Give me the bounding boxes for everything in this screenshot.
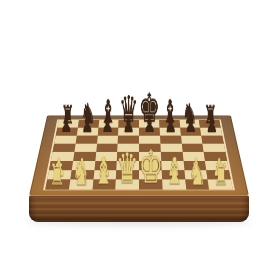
square-f1: ♝: [162, 180, 186, 190]
square-d7: ♟: [118, 128, 139, 136]
square-e3: [139, 161, 161, 170]
square-c3: [94, 161, 117, 170]
square-g1: ♞: [185, 180, 209, 190]
square-c6: [97, 136, 119, 144]
square-f3: [161, 161, 184, 170]
square-h1: ♜: [208, 180, 233, 190]
square-g3: [183, 161, 206, 170]
square-c4: [95, 152, 117, 161]
piece-black-bishop-f8: ♝: [161, 96, 178, 128]
square-g7: ♟: [180, 128, 202, 136]
square-h3: [205, 161, 229, 170]
square-a6: [54, 136, 76, 144]
piece-black-queen-d8: ♛: [119, 92, 138, 128]
square-b2: ♟: [70, 170, 94, 180]
square-d4: [117, 152, 139, 161]
square-h6: [201, 136, 223, 144]
square-b4: [73, 152, 96, 161]
hinge-seam: [39, 152, 239, 153]
piece-black-king-e8: ♚: [139, 88, 160, 128]
square-f6: [160, 136, 182, 144]
square-g4: [182, 152, 205, 161]
square-d8: ♛: [119, 120, 139, 128]
square-c2: ♟: [93, 170, 116, 180]
square-b6: [75, 136, 97, 144]
square-d2: ♟: [116, 170, 139, 180]
square-d6: [118, 136, 139, 144]
square-d1: ♛: [116, 180, 139, 190]
square-e1: ♚: [139, 180, 162, 190]
square-a2: ♟: [47, 170, 71, 180]
piece-black-knight-b8: ♞: [80, 99, 95, 127]
square-f7: ♟: [159, 128, 180, 136]
square-e2: ♟: [139, 170, 162, 180]
square-g2: ♟: [184, 170, 208, 180]
chess-board-squares: ♜♞♝♛♚♝♞♜♟♟♟♟♟♟♟♟♟♟♟♟♟♟♟♟♜♞♝♛♚♝♞♜: [45, 120, 232, 189]
square-a4: [51, 152, 74, 161]
square-e4: [139, 152, 161, 161]
square-b7: ♟: [77, 128, 99, 136]
square-h4: [204, 152, 227, 161]
square-b8: ♞: [78, 120, 99, 128]
board-inlay-frame: ♜♞♝♛♚♝♞♜♟♟♟♟♟♟♟♟♟♟♟♟♟♟♟♟♜♞♝♛♚♝♞♜: [43, 119, 235, 190]
square-f4: [161, 152, 183, 161]
square-e8: ♚: [139, 120, 159, 128]
square-a8: ♜: [57, 120, 79, 128]
square-h2: ♟: [206, 170, 230, 180]
square-c8: ♝: [98, 120, 119, 128]
piece-black-bishop-c8: ♝: [100, 96, 117, 128]
piece-black-rook-h8: ♜: [204, 103, 217, 128]
square-b3: [72, 161, 95, 170]
square-g6: [181, 136, 203, 144]
square-h8: ♜: [199, 120, 221, 128]
board-front-edge: [29, 195, 249, 222]
piece-black-knight-g8: ♞: [182, 99, 197, 127]
square-a7: ♟: [56, 128, 78, 136]
square-d3: [117, 161, 139, 170]
square-b1: ♞: [69, 180, 93, 190]
square-f8: ♝: [159, 120, 180, 128]
square-e6: [139, 136, 160, 144]
chess-board: ♜♞♝♛♚♝♞♜♟♟♟♟♟♟♟♟♟♟♟♟♟♟♟♟♜♞♝♛♚♝♞♜: [29, 0, 249, 222]
square-a3: [49, 161, 73, 170]
square-e7: ♟: [139, 128, 160, 136]
square-g8: ♞: [179, 120, 200, 128]
piece-black-rook-a8: ♜: [61, 103, 74, 128]
square-c7: ♟: [97, 128, 118, 136]
board-top-surface: ♜♞♝♛♚♝♞♜♟♟♟♟♟♟♟♟♟♟♟♟♟♟♟♟♜♞♝♛♚♝♞♜: [29, 115, 249, 196]
square-a1: ♜: [45, 180, 70, 190]
chess-set-photo: ♜♞♝♛♚♝♞♜♟♟♟♟♟♟♟♟♟♟♟♟♟♟♟♟♜♞♝♛♚♝♞♜: [0, 0, 278, 278]
square-h7: ♟: [200, 128, 222, 136]
square-c1: ♝: [92, 180, 116, 190]
square-f2: ♟: [161, 170, 184, 180]
